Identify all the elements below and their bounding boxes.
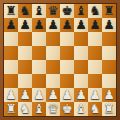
chess-board-frame: ♜♞♝♛♚♝♞♜♟♟♟♟♟♟♟♟♟♟♟♟♟♟♟♟♜♞♝♛♚♝♞♜ bbox=[0, 0, 120, 120]
square-b1[interactable]: ♞ bbox=[18, 102, 32, 116]
square-h2[interactable]: ♟ bbox=[102, 88, 116, 102]
square-a3[interactable] bbox=[4, 74, 18, 88]
square-h3[interactable] bbox=[102, 74, 116, 88]
black-bishop-c8[interactable]: ♝ bbox=[33, 4, 44, 18]
black-king-e8[interactable]: ♚ bbox=[61, 4, 72, 18]
square-e5[interactable] bbox=[60, 46, 74, 60]
square-g1[interactable]: ♞ bbox=[88, 102, 102, 116]
white-pawn-c2[interactable]: ♟ bbox=[33, 88, 44, 102]
square-f2[interactable]: ♟ bbox=[74, 88, 88, 102]
square-b2[interactable]: ♟ bbox=[18, 88, 32, 102]
square-c7[interactable]: ♟ bbox=[32, 18, 46, 32]
square-f7[interactable]: ♟ bbox=[74, 18, 88, 32]
white-pawn-h2[interactable]: ♟ bbox=[103, 88, 114, 102]
white-rook-h1[interactable]: ♜ bbox=[103, 102, 114, 116]
square-h6[interactable] bbox=[102, 32, 116, 46]
white-pawn-b2[interactable]: ♟ bbox=[19, 88, 30, 102]
white-rook-a1[interactable]: ♜ bbox=[5, 102, 16, 116]
square-f8[interactable]: ♝ bbox=[74, 4, 88, 18]
square-a7[interactable]: ♟ bbox=[4, 18, 18, 32]
square-h7[interactable]: ♟ bbox=[102, 18, 116, 32]
square-e4[interactable] bbox=[60, 60, 74, 74]
black-pawn-a7[interactable]: ♟ bbox=[5, 18, 16, 32]
square-f3[interactable] bbox=[74, 74, 88, 88]
square-d3[interactable] bbox=[46, 74, 60, 88]
square-c1[interactable]: ♝ bbox=[32, 102, 46, 116]
square-a8[interactable]: ♜ bbox=[4, 4, 18, 18]
square-f4[interactable] bbox=[74, 60, 88, 74]
black-rook-a8[interactable]: ♜ bbox=[5, 4, 16, 18]
black-knight-g8[interactable]: ♞ bbox=[89, 4, 100, 18]
white-pawn-e2[interactable]: ♟ bbox=[61, 88, 72, 102]
square-a1[interactable]: ♜ bbox=[4, 102, 18, 116]
square-f5[interactable] bbox=[74, 46, 88, 60]
square-a5[interactable] bbox=[4, 46, 18, 60]
black-knight-b8[interactable]: ♞ bbox=[19, 4, 30, 18]
square-e7[interactable]: ♟ bbox=[60, 18, 74, 32]
white-pawn-f2[interactable]: ♟ bbox=[75, 88, 86, 102]
square-c5[interactable] bbox=[32, 46, 46, 60]
chess-board: ♜♞♝♛♚♝♞♜♟♟♟♟♟♟♟♟♟♟♟♟♟♟♟♟♜♞♝♛♚♝♞♜ bbox=[3, 3, 117, 117]
square-c3[interactable] bbox=[32, 74, 46, 88]
square-b6[interactable] bbox=[18, 32, 32, 46]
square-b4[interactable] bbox=[18, 60, 32, 74]
white-bishop-c1[interactable]: ♝ bbox=[33, 102, 44, 116]
square-d2[interactable]: ♟ bbox=[46, 88, 60, 102]
square-c6[interactable] bbox=[32, 32, 46, 46]
square-h4[interactable] bbox=[102, 60, 116, 74]
black-pawn-h7[interactable]: ♟ bbox=[103, 18, 114, 32]
square-d7[interactable]: ♟ bbox=[46, 18, 60, 32]
black-pawn-b7[interactable]: ♟ bbox=[19, 18, 30, 32]
square-f6[interactable] bbox=[74, 32, 88, 46]
square-g6[interactable] bbox=[88, 32, 102, 46]
square-g8[interactable]: ♞ bbox=[88, 4, 102, 18]
square-g2[interactable]: ♟ bbox=[88, 88, 102, 102]
square-e6[interactable] bbox=[60, 32, 74, 46]
square-h1[interactable]: ♜ bbox=[102, 102, 116, 116]
black-pawn-g7[interactable]: ♟ bbox=[89, 18, 100, 32]
square-b3[interactable] bbox=[18, 74, 32, 88]
black-rook-h8[interactable]: ♜ bbox=[103, 4, 114, 18]
square-e3[interactable] bbox=[60, 74, 74, 88]
square-g4[interactable] bbox=[88, 60, 102, 74]
square-g3[interactable] bbox=[88, 74, 102, 88]
square-d4[interactable] bbox=[46, 60, 60, 74]
square-f1[interactable]: ♝ bbox=[74, 102, 88, 116]
white-pawn-a2[interactable]: ♟ bbox=[5, 88, 16, 102]
square-c8[interactable]: ♝ bbox=[32, 4, 46, 18]
black-bishop-f8[interactable]: ♝ bbox=[75, 4, 86, 18]
black-pawn-f7[interactable]: ♟ bbox=[75, 18, 86, 32]
white-queen-d1[interactable]: ♛ bbox=[47, 102, 58, 116]
black-queen-d8[interactable]: ♛ bbox=[47, 4, 58, 18]
black-pawn-e7[interactable]: ♟ bbox=[61, 18, 72, 32]
white-king-e1[interactable]: ♚ bbox=[61, 102, 72, 116]
white-knight-g1[interactable]: ♞ bbox=[89, 102, 100, 116]
square-b7[interactable]: ♟ bbox=[18, 18, 32, 32]
square-c2[interactable]: ♟ bbox=[32, 88, 46, 102]
square-a2[interactable]: ♟ bbox=[4, 88, 18, 102]
square-e1[interactable]: ♚ bbox=[60, 102, 74, 116]
square-h8[interactable]: ♜ bbox=[102, 4, 116, 18]
black-pawn-c7[interactable]: ♟ bbox=[33, 18, 44, 32]
square-d8[interactable]: ♛ bbox=[46, 4, 60, 18]
square-b8[interactable]: ♞ bbox=[18, 4, 32, 18]
square-b5[interactable] bbox=[18, 46, 32, 60]
square-g7[interactable]: ♟ bbox=[88, 18, 102, 32]
square-e8[interactable]: ♚ bbox=[60, 4, 74, 18]
square-d1[interactable]: ♛ bbox=[46, 102, 60, 116]
square-c4[interactable] bbox=[32, 60, 46, 74]
white-bishop-f1[interactable]: ♝ bbox=[75, 102, 86, 116]
square-a4[interactable] bbox=[4, 60, 18, 74]
square-h5[interactable] bbox=[102, 46, 116, 60]
black-pawn-d7[interactable]: ♟ bbox=[47, 18, 58, 32]
square-a6[interactable] bbox=[4, 32, 18, 46]
white-knight-b1[interactable]: ♞ bbox=[19, 102, 30, 116]
white-pawn-g2[interactable]: ♟ bbox=[89, 88, 100, 102]
square-d5[interactable] bbox=[46, 46, 60, 60]
white-pawn-d2[interactable]: ♟ bbox=[47, 88, 58, 102]
square-g5[interactable] bbox=[88, 46, 102, 60]
square-e2[interactable]: ♟ bbox=[60, 88, 74, 102]
square-d6[interactable] bbox=[46, 32, 60, 46]
